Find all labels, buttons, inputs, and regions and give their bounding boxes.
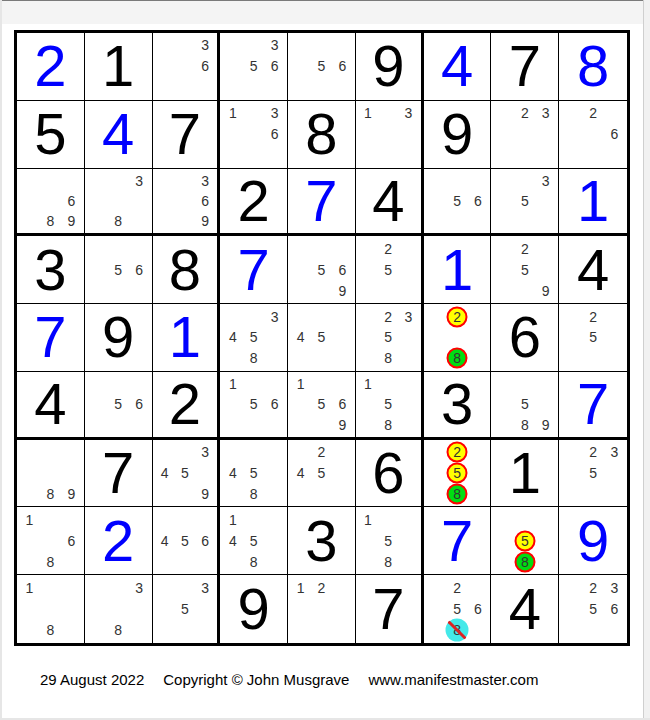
candidate-slot-6: 6 [195, 530, 215, 551]
candidate-slot-6 [535, 394, 556, 414]
solved-digit: 8 [577, 37, 609, 95]
given-digit: 8 [305, 105, 337, 163]
candidate-slot-5 [40, 191, 61, 211]
cell-r2c7[interactable]: 9 [424, 101, 492, 169]
candidate-slot-8 [311, 348, 332, 369]
candidate-slot-9 [398, 145, 418, 166]
candidate-slot-8: 8 [378, 348, 398, 369]
cell-r3c3[interactable]: 369 [153, 169, 221, 237]
candidate-slot-5: 5 [175, 598, 195, 619]
candidate-slot-5: 5 [514, 259, 535, 280]
given-digit: 3 [34, 241, 66, 299]
candidate-slot-4 [87, 598, 108, 619]
candidate-slot-7 [222, 348, 243, 369]
cell-r3c2[interactable]: 38 [85, 169, 153, 237]
given-digit: 2 [169, 375, 201, 433]
cell-r5c3[interactable]: 1 [153, 304, 221, 372]
cell-r6c8[interactable]: 589 [491, 372, 559, 440]
candidate-digit: 3 [201, 174, 209, 188]
candidate-slot-7 [222, 484, 243, 505]
candidate-slot-4 [358, 327, 378, 348]
candidate-slot-4 [87, 191, 108, 211]
solved-digit: 7 [577, 375, 609, 433]
candidate-slot-7 [87, 280, 108, 301]
cell-r3c4[interactable]: 2 [220, 169, 288, 237]
candidate-digit: 6 [610, 602, 618, 616]
candidate-slot-8 [311, 620, 332, 641]
candidate-digit: 6 [201, 59, 209, 73]
pencil-marks: 18 [17, 575, 84, 643]
candidate-digit: 5 [521, 263, 529, 277]
pencil-marks: 23 [491, 101, 558, 168]
cell-r4c7[interactable]: 1 [424, 236, 492, 304]
candidate-digit: 2 [589, 310, 597, 324]
candidate-digit: 5 [181, 534, 189, 548]
candidate-slot-9 [332, 484, 353, 505]
cell-r3c1[interactable]: 689 [17, 169, 85, 237]
candidate-slot-6: 6 [129, 259, 150, 280]
candidate-slot-1: 1 [358, 103, 378, 124]
cell-r4c9[interactable]: 4 [559, 236, 627, 304]
candidate-digit: 3 [201, 445, 209, 459]
candidate-slot-2 [175, 35, 195, 56]
candidate-slot-6 [61, 598, 82, 619]
candidate-slot-1 [358, 238, 378, 259]
cell-r5c5[interactable]: 45 [288, 304, 356, 372]
candidate-slot-2 [175, 171, 195, 191]
cell-r3c8[interactable]: 35 [491, 169, 559, 237]
candidate-slot-6 [468, 463, 489, 484]
candidate-slot-2 [243, 442, 264, 463]
candidate-slot-8 [514, 145, 535, 166]
pencil-marks: 356 [220, 33, 287, 100]
candidate-slot-9 [332, 348, 353, 369]
pencil-marks: 58 [491, 507, 558, 574]
candidate-slot-1 [155, 442, 175, 463]
candidate-slot-2 [175, 577, 195, 598]
candidate-slot-2: 2 [378, 306, 398, 327]
cell-r5c2[interactable]: 9 [85, 304, 153, 372]
candidate-digit: 8 [46, 214, 54, 228]
candidate-slot-1 [561, 103, 582, 124]
pencil-marks: 569 [288, 236, 355, 303]
candidate-slot-9: 9 [195, 211, 215, 231]
pencil-marks: 245 [288, 440, 355, 507]
cell-r7c5[interactable]: 245 [288, 440, 356, 508]
candidate-slot-3 [398, 238, 418, 259]
cell-r9c1[interactable]: 18 [17, 575, 85, 643]
candidate-slot-3 [468, 306, 489, 327]
cell-r4c1[interactable]: 3 [17, 236, 85, 304]
candidate-slot-8 [175, 77, 195, 98]
candidate-slot-1 [155, 35, 175, 56]
candidate-slot-1 [87, 238, 108, 259]
given-digit: 7 [509, 37, 541, 95]
pencil-marks: 28 [424, 304, 491, 371]
candidate-slot-4 [222, 56, 243, 77]
cell-r7c7[interactable]: 258 [424, 440, 492, 508]
cell-r9c4[interactable]: 9 [220, 575, 288, 643]
candidate-slot-5: 5 [175, 463, 195, 484]
pencil-marks: 56 [424, 169, 491, 234]
pencil-marks: 35 [491, 169, 558, 234]
cell-r8c7[interactable]: 7 [424, 507, 492, 575]
pencil-marks: 36 [153, 33, 218, 100]
cell-r8c9[interactable]: 9 [559, 507, 627, 575]
cell-r4c5[interactable]: 569 [288, 236, 356, 304]
candidate-digit: 9 [542, 284, 550, 298]
given-digit: 6 [509, 308, 541, 366]
candidate-slot-9 [468, 211, 489, 231]
candidate-digit: 5 [318, 59, 326, 73]
cell-r7c8[interactable]: 1 [491, 440, 559, 508]
cell-r7c4[interactable]: 458 [220, 440, 288, 508]
candidate-slot-9 [535, 551, 556, 572]
cell-r8c8[interactable]: 58 [491, 507, 559, 575]
candidate-digit: 6 [67, 534, 75, 548]
given-digit: 4 [577, 241, 609, 299]
candidate-slot-4 [561, 327, 582, 348]
pencil-marks: 56 [85, 372, 152, 437]
candidate-slot-8 [175, 484, 195, 505]
cell-r1c5[interactable]: 56 [288, 33, 356, 101]
cell-r1c6[interactable]: 9 [356, 33, 424, 101]
given-digit: 4 [509, 580, 541, 638]
candidate-digit: 4 [229, 466, 237, 480]
candidate-slot-2 [40, 577, 61, 598]
candidate-slot-9 [195, 77, 215, 98]
candidate-digit: 2 [318, 581, 326, 595]
candidate-digit: 9 [339, 284, 347, 298]
candidate-slot-5: 5 [311, 463, 332, 484]
cell-r1c1[interactable]: 2 [17, 33, 85, 101]
candidate-slot-8 [378, 280, 398, 301]
cell-r9c5[interactable]: 12 [288, 575, 356, 643]
cell-r8c4[interactable]: 1458 [220, 507, 288, 575]
candidate-slot-7 [87, 211, 108, 231]
cell-r6c1[interactable]: 4 [17, 372, 85, 440]
candidate-digit: 8 [114, 623, 122, 637]
candidate-slot-8: 8 [243, 484, 264, 505]
candidate-slot-4 [561, 124, 582, 145]
candidate-slot-5 [40, 530, 61, 551]
cell-r8c2[interactable]: 2 [85, 507, 153, 575]
candidate-digit: 9 [201, 214, 209, 228]
candidate-slot-8 [243, 414, 264, 434]
candidate-slot-4 [426, 327, 447, 348]
cell-r5c9[interactable]: 25 [559, 304, 627, 372]
candidate-slot-7 [493, 211, 514, 231]
candidate-slot-1 [155, 577, 175, 598]
pencil-marks: 38 [85, 575, 152, 643]
candidate-digit: 5 [250, 397, 258, 411]
candidate-slot-3: 3 [195, 442, 215, 463]
candidate-slot-8 [582, 145, 603, 166]
given-digit: 9 [441, 105, 473, 163]
window-left-edge [0, 0, 2, 720]
candidate-slot-7 [426, 348, 447, 369]
cell-r9c7[interactable]: 2568 [424, 575, 492, 643]
candidate-slot-2 [311, 238, 332, 259]
candidate-slot-2: 2 [311, 442, 332, 463]
cell-r9c3[interactable]: 35 [153, 575, 221, 643]
candidate-slot-1: 1 [290, 577, 311, 598]
candidate-slot-4 [426, 191, 447, 211]
candidate-slot-4 [155, 598, 175, 619]
candidate-slot-2 [378, 374, 398, 394]
candidate-slot-2 [378, 509, 398, 530]
candidate-digit: 8 [384, 555, 392, 569]
cell-r1c3[interactable]: 36 [153, 33, 221, 101]
candidate-slot-3 [468, 171, 489, 191]
candidate-slot-3 [61, 577, 82, 598]
candidate-slot-3 [398, 374, 418, 394]
solved-digit: 9 [577, 512, 609, 570]
pencil-marks: 56 [85, 236, 152, 303]
candidate-slot-1 [222, 442, 243, 463]
candidate-digit: 3 [271, 106, 279, 120]
candidate-slot-3 [61, 442, 82, 463]
candidate-slot-1 [155, 509, 175, 530]
candidate-digit: 2 [521, 242, 529, 256]
candidate-slot-1 [19, 442, 40, 463]
cell-r6c6[interactable]: 158 [356, 372, 424, 440]
candidate-slot-3: 3 [264, 306, 285, 327]
candidate-slot-4 [155, 56, 175, 77]
candidate-slot-9 [129, 211, 150, 231]
candidate-slot-6 [535, 191, 556, 211]
cell-r6c4[interactable]: 156 [220, 372, 288, 440]
candidate-digit: 3 [405, 106, 413, 120]
pencil-marks: 35 [153, 575, 218, 643]
cell-r8c1[interactable]: 168 [17, 507, 85, 575]
candidate-slot-8: 8 [447, 484, 468, 505]
candidate-slot-6 [398, 530, 418, 551]
candidate-slot-7 [155, 77, 175, 98]
candidate-digit: 2 [589, 445, 597, 459]
cell-r2c9[interactable]: 26 [559, 101, 627, 169]
candidate-slot-1 [426, 306, 447, 327]
candidate-slot-1 [493, 374, 514, 394]
candidate-slot-8 [175, 620, 195, 641]
candidate-slot-9 [264, 145, 285, 166]
cell-r7c6[interactable]: 6 [356, 440, 424, 508]
candidate-slot-9 [398, 348, 418, 369]
pencil-marks: 2356 [559, 575, 627, 643]
candidate-slot-9 [468, 484, 489, 505]
candidate-slot-3 [332, 306, 353, 327]
candidate-slot-9 [264, 551, 285, 572]
candidate-slot-6: 6 [468, 191, 489, 211]
cell-r5c8[interactable]: 6 [491, 304, 559, 372]
cell-r8c3[interactable]: 456 [153, 507, 221, 575]
candidate-slot-4 [290, 259, 311, 280]
candidate-slot-7 [222, 77, 243, 98]
cell-r9c9[interactable]: 2356 [559, 575, 627, 643]
cell-r5c6[interactable]: 2358 [356, 304, 424, 372]
cell-r9c2[interactable]: 38 [85, 575, 153, 643]
cell-r2c2[interactable]: 4 [85, 101, 153, 169]
cell-r4c4[interactable]: 7 [220, 236, 288, 304]
pencil-marks: 689 [17, 169, 84, 234]
candidate-digit: 8 [250, 555, 258, 569]
cell-r1c7[interactable]: 4 [424, 33, 492, 101]
cell-r6c2[interactable]: 56 [85, 372, 153, 440]
cell-r2c8[interactable]: 23 [491, 101, 559, 169]
cell-r1c2[interactable]: 1 [85, 33, 153, 101]
cell-r2c1[interactable]: 5 [17, 101, 85, 169]
cell-r4c8[interactable]: 259 [491, 236, 559, 304]
cell-r1c4[interactable]: 356 [220, 33, 288, 101]
candidate-slot-1 [426, 577, 447, 598]
pencil-marks: 2358 [356, 304, 421, 371]
candidate-slot-3 [61, 171, 82, 191]
candidate-slot-4 [493, 191, 514, 211]
candidate-slot-9 [468, 348, 489, 369]
candidate-digit: 6 [339, 59, 347, 73]
candidate-slot-9: 9 [61, 484, 82, 505]
candidate-digit: 2 [521, 106, 529, 120]
candidate-slot-9 [468, 620, 489, 641]
cell-r7c3[interactable]: 3459 [153, 440, 221, 508]
pencil-marks: 38 [85, 169, 152, 234]
candidate-slot-3: 3 [129, 171, 150, 191]
cell-r3c6[interactable]: 4 [356, 169, 424, 237]
candidate-slot-5: 5 [514, 191, 535, 211]
cell-r9c6[interactable]: 7 [356, 575, 424, 643]
cell-r3c5[interactable]: 7 [288, 169, 356, 237]
pencil-marks: 25 [356, 236, 421, 303]
candidate-slot-5 [378, 124, 398, 145]
footer-website-link[interactable]: www.manifestmaster.com [368, 671, 538, 688]
candidate-slot-6: 6 [129, 394, 150, 414]
candidate-slot-6: 6 [264, 124, 285, 145]
cell-r5c1[interactable]: 7 [17, 304, 85, 372]
cell-r8c6[interactable]: 158 [356, 507, 424, 575]
candidate-slot-2: 2 [514, 103, 535, 124]
candidate-slot-5 [108, 598, 129, 619]
cell-r2c5[interactable]: 8 [288, 101, 356, 169]
candidate-slot-6: 6 [264, 56, 285, 77]
candidate-slot-3 [535, 238, 556, 259]
cell-r3c7[interactable]: 56 [424, 169, 492, 237]
solved-digit: 7 [305, 172, 337, 230]
candidate-slot-3: 3 [264, 103, 285, 124]
cell-r2c6[interactable]: 13 [356, 101, 424, 169]
cell-r3c9[interactable]: 1 [559, 169, 627, 237]
candidate-slot-7 [426, 620, 447, 641]
candidate-slot-2 [40, 171, 61, 191]
cell-r7c1[interactable]: 89 [17, 440, 85, 508]
candidate-slot-2 [514, 374, 535, 394]
pencil-marks: 158 [356, 507, 421, 574]
cell-r1c8[interactable]: 7 [491, 33, 559, 101]
candidate-slot-7 [561, 145, 582, 166]
candidate-slot-2 [108, 238, 129, 259]
cell-r2c4[interactable]: 136 [220, 101, 288, 169]
cell-r2c3[interactable]: 7 [153, 101, 221, 169]
candidate-slot-7 [358, 145, 378, 166]
candidate-slot-1 [290, 238, 311, 259]
candidate-slot-2 [40, 509, 61, 530]
solved-digit: 4 [441, 37, 473, 95]
cell-r7c2[interactable]: 7 [85, 440, 153, 508]
candidate-digit: 4 [161, 534, 169, 548]
given-digit: 1 [509, 444, 541, 502]
cell-r5c4[interactable]: 3458 [220, 304, 288, 372]
candidate-digit: 5 [384, 397, 392, 411]
pencil-marks: 13 [356, 101, 421, 168]
candidate-slot-4 [290, 598, 311, 619]
candidate-slot-6 [195, 598, 215, 619]
cell-r6c9[interactable]: 7 [559, 372, 627, 440]
candidate-slot-2 [378, 103, 398, 124]
candidate-slot-5: 5 [514, 530, 535, 551]
cell-r5c7[interactable]: 28 [424, 304, 492, 372]
candidate-digit: 5 [384, 330, 392, 344]
cell-r4c2[interactable]: 56 [85, 236, 153, 304]
candidate-slot-8 [514, 280, 535, 301]
candidate-slot-8 [582, 348, 603, 369]
candidate-slot-8 [108, 414, 129, 434]
candidate-digit: 3 [542, 106, 550, 120]
cell-r8c5[interactable]: 3 [288, 507, 356, 575]
candidate-slot-9 [195, 620, 215, 641]
candidate-digit: 5 [453, 194, 461, 208]
cell-r9c8[interactable]: 4 [491, 575, 559, 643]
footer-copyright: Copyright © John Musgrave [163, 671, 349, 688]
solved-digit: 1 [441, 241, 473, 299]
given-digit: 7 [169, 105, 201, 163]
solved-digit: 4 [102, 105, 134, 163]
candidate-slot-1 [426, 442, 447, 463]
candidate-digit: 8 [521, 418, 529, 432]
candidate-digit: 3 [542, 174, 550, 188]
cell-r1c9[interactable]: 8 [559, 33, 627, 101]
candidate-slot-3: 3 [264, 35, 285, 56]
candidate-slot-9 [264, 348, 285, 369]
candidate-slot-3 [61, 509, 82, 530]
given-digit: 7 [102, 444, 134, 502]
window-top-strip [0, 0, 650, 24]
candidate-slot-1 [87, 171, 108, 191]
candidate-slot-4 [493, 530, 514, 551]
candidate-slot-3: 3 [535, 103, 556, 124]
candidate-slot-7 [155, 211, 175, 231]
candidate-slot-4 [222, 124, 243, 145]
candidate-digit: 2 [453, 445, 461, 459]
candidate-slot-6 [398, 124, 418, 145]
candidate-slot-7 [561, 620, 582, 641]
cell-r4c6[interactable]: 25 [356, 236, 424, 304]
cell-r6c5[interactable]: 1569 [288, 372, 356, 440]
cell-r4c3[interactable]: 8 [153, 236, 221, 304]
candidate-slot-8: 8 [40, 484, 61, 505]
cell-r6c7[interactable]: 3 [424, 372, 492, 440]
candidate-slot-9 [398, 414, 418, 434]
cell-r7c9[interactable]: 235 [559, 440, 627, 508]
candidate-slot-7 [155, 551, 175, 572]
cell-r6c3[interactable]: 2 [153, 372, 221, 440]
candidate-slot-5: 5 [582, 463, 603, 484]
candidate-slot-2: 2 [447, 577, 468, 598]
candidate-digit: 5 [453, 466, 461, 480]
candidate-digit: 6 [271, 127, 279, 141]
pencil-marks: 158 [356, 372, 421, 437]
pencil-marks: 259 [491, 236, 558, 303]
candidate-slot-7 [19, 484, 40, 505]
candidate-digit: 3 [135, 581, 143, 595]
